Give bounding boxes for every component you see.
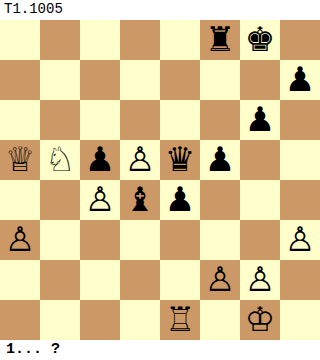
square-d5[interactable]: ♙ [120,140,160,180]
black-pawn: ♟ [285,60,315,99]
black-queen: ♛ [165,140,195,179]
square-a8[interactable] [0,20,40,60]
square-h4[interactable] [280,180,320,220]
square-h3[interactable]: ♙ [280,220,320,260]
white-knight: ♘ [45,140,75,179]
white-pawn: ♙ [5,220,35,259]
square-g4[interactable] [240,180,280,220]
square-g7[interactable] [240,60,280,100]
square-a6[interactable] [0,100,40,140]
black-pawn: ♟ [205,140,235,179]
square-b1[interactable] [40,300,80,340]
square-e8[interactable] [160,20,200,60]
square-f6[interactable] [200,100,240,140]
square-d2[interactable] [120,260,160,300]
square-c4[interactable]: ♙ [80,180,120,220]
square-h7[interactable]: ♟ [280,60,320,100]
square-h5[interactable] [280,140,320,180]
square-e4[interactable]: ♟ [160,180,200,220]
square-h8[interactable] [280,20,320,60]
square-g5[interactable] [240,140,280,180]
square-g2[interactable]: ♙ [240,260,280,300]
square-e6[interactable] [160,100,200,140]
white-queen: ♕ [5,140,35,179]
square-e5[interactable]: ♛ [160,140,200,180]
square-f8[interactable]: ♜ [200,20,240,60]
black-king: ♚ [245,20,275,59]
square-b8[interactable] [40,20,80,60]
white-pawn: ♙ [125,140,155,179]
square-e7[interactable] [160,60,200,100]
square-e2[interactable] [160,260,200,300]
square-g6[interactable]: ♟ [240,100,280,140]
square-a2[interactable] [0,260,40,300]
black-bishop: ♝ [125,180,155,219]
square-b4[interactable] [40,180,80,220]
square-a3[interactable]: ♙ [0,220,40,260]
square-h1[interactable] [280,300,320,340]
square-c7[interactable] [80,60,120,100]
white-pawn: ♙ [285,220,315,259]
square-f5[interactable]: ♟ [200,140,240,180]
square-d8[interactable] [120,20,160,60]
square-a1[interactable] [0,300,40,340]
square-h6[interactable] [280,100,320,140]
white-pawn: ♙ [245,260,275,299]
square-a4[interactable] [0,180,40,220]
black-pawn: ♟ [245,100,275,139]
square-c1[interactable] [80,300,120,340]
square-e3[interactable] [160,220,200,260]
square-h2[interactable] [280,260,320,300]
square-a5[interactable]: ♕ [0,140,40,180]
black-pawn: ♟ [165,180,195,219]
square-g1[interactable]: ♔ [240,300,280,340]
puzzle-id-label: T1.1005 [0,0,320,20]
square-f1[interactable] [200,300,240,340]
black-rook: ♜ [205,20,235,59]
white-king: ♔ [245,300,275,339]
chess-board: ♜♚♟♟♕♘♟♙♛♟♙♝♟♙♙♙♙♖♔ [0,20,320,340]
square-b5[interactable]: ♘ [40,140,80,180]
black-pawn: ♟ [85,140,115,179]
square-f7[interactable] [200,60,240,100]
square-d3[interactable] [120,220,160,260]
square-c6[interactable] [80,100,120,140]
square-c2[interactable] [80,260,120,300]
white-pawn: ♙ [205,260,235,299]
move-prompt: 1... ? [0,340,320,360]
square-f3[interactable] [200,220,240,260]
square-g8[interactable]: ♚ [240,20,280,60]
white-rook: ♖ [165,300,195,339]
square-b3[interactable] [40,220,80,260]
square-e1[interactable]: ♖ [160,300,200,340]
square-c5[interactable]: ♟ [80,140,120,180]
square-c8[interactable] [80,20,120,60]
square-f4[interactable] [200,180,240,220]
square-d6[interactable] [120,100,160,140]
square-c3[interactable] [80,220,120,260]
square-b7[interactable] [40,60,80,100]
square-d4[interactable]: ♝ [120,180,160,220]
white-pawn: ♙ [85,180,115,219]
square-g3[interactable] [240,220,280,260]
square-b2[interactable] [40,260,80,300]
square-a7[interactable] [0,60,40,100]
square-b6[interactable] [40,100,80,140]
square-d7[interactable] [120,60,160,100]
square-f2[interactable]: ♙ [200,260,240,300]
square-d1[interactable] [120,300,160,340]
